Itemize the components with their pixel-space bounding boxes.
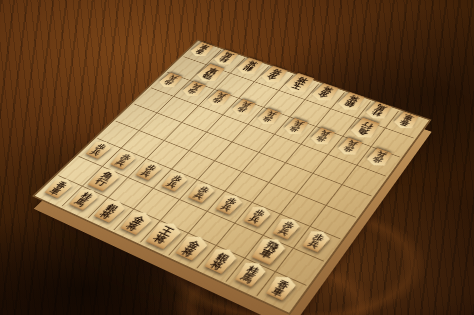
- shogi-piece-pawn-gote[interactable]: 歩兵: [362, 146, 395, 169]
- piece-kanji: 歩兵: [240, 203, 275, 229]
- shogi-piece-pawn-gote[interactable]: 歩兵: [203, 89, 234, 109]
- piece-kanji: 歩兵: [107, 148, 140, 170]
- piece-kanji: 歩兵: [362, 146, 395, 169]
- shogi-piece-pawn-sente[interactable]: 歩兵: [240, 203, 275, 229]
- shogi-piece-pawn-sente[interactable]: 歩兵: [212, 191, 247, 216]
- shogi-piece-pawn-gote[interactable]: 歩兵: [179, 80, 210, 99]
- piece-kanji: 歩兵: [179, 80, 210, 99]
- piece-kanji: 歩兵: [158, 169, 192, 193]
- piece-kanji: 歩兵: [334, 136, 366, 158]
- piece-kanji: 歩兵: [279, 116, 311, 137]
- shogi-piece-lance-sente[interactable]: 香車: [262, 272, 301, 302]
- piece-kanji: 歩兵: [185, 180, 219, 204]
- shogi-piece-pawn-sente[interactable]: 歩兵: [132, 159, 166, 182]
- shogi-piece-pawn-sente[interactable]: 歩兵: [158, 169, 192, 193]
- piece-kanji: 歩兵: [253, 107, 285, 128]
- shogi-piece-pawn-sente[interactable]: 歩兵: [299, 227, 335, 254]
- photo-scene: 香車桂馬銀将金将玉将金将銀将桂馬香車飛車角行歩兵歩兵歩兵歩兵歩兵歩兵歩兵歩兵歩兵…: [0, 0, 474, 315]
- piece-kanji: 歩兵: [212, 191, 247, 216]
- piece-kanji: 歩兵: [228, 98, 259, 118]
- piece-kanji: 歩兵: [299, 227, 335, 254]
- shogi-piece-pawn-gote[interactable]: 歩兵: [334, 136, 366, 158]
- shogi-piece-pawn-gote[interactable]: 歩兵: [279, 116, 311, 137]
- shogi-piece-pawn-gote[interactable]: 歩兵: [155, 71, 186, 90]
- piece-kanji: 歩兵: [306, 126, 338, 148]
- shogi-piece-pawn-gote[interactable]: 歩兵: [228, 98, 259, 118]
- piece-kanji: 香車: [262, 272, 301, 302]
- shogi-piece-pawn-gote[interactable]: 歩兵: [306, 126, 338, 148]
- shogi-piece-pawn-sente[interactable]: 歩兵: [269, 215, 304, 241]
- shogi-piece-pawn-sente[interactable]: 歩兵: [185, 180, 219, 204]
- piece-kanji: 歩兵: [155, 71, 186, 90]
- piece-kanji: 歩兵: [132, 159, 166, 182]
- piece-kanji: 歩兵: [269, 215, 304, 241]
- shogi-piece-pawn-sente[interactable]: 歩兵: [107, 148, 140, 170]
- shogi-piece-pawn-gote[interactable]: 歩兵: [253, 107, 285, 128]
- piece-kanji: 歩兵: [203, 89, 234, 109]
